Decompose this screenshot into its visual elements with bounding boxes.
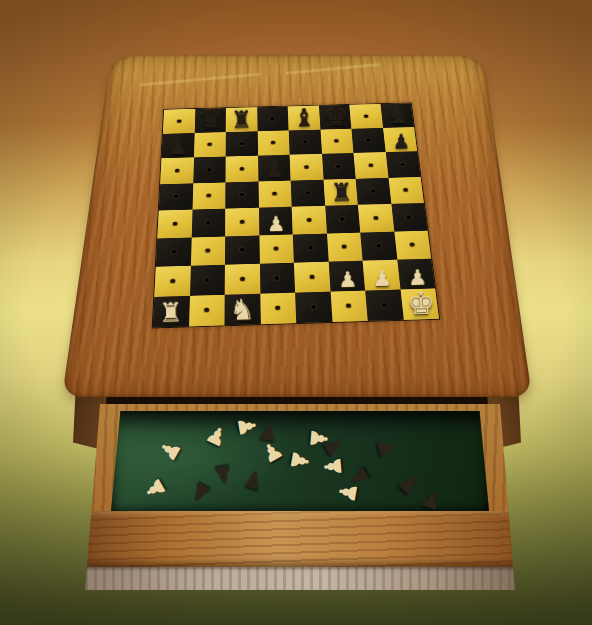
square-h3[interactable] bbox=[394, 230, 431, 259]
chess-board: ♛♜♝♚♞♟♟♟♜♟♟♟♟♜♞♚ bbox=[153, 103, 439, 327]
square-b1[interactable] bbox=[189, 294, 225, 326]
square-g8[interactable] bbox=[349, 104, 382, 129]
square-f7[interactable] bbox=[320, 128, 353, 153]
square-f3[interactable] bbox=[327, 232, 363, 261]
drawer-piece-white-5[interactable]: ♟ bbox=[258, 437, 287, 467]
square-e3[interactable] bbox=[293, 233, 329, 262]
square-c4[interactable] bbox=[225, 208, 259, 236]
square-e8[interactable]: ♝ bbox=[288, 106, 320, 131]
square-a6[interactable] bbox=[160, 157, 193, 184]
square-a4[interactable] bbox=[157, 210, 192, 239]
wooden-box-top: ♛♜♝♚♞♟♟♟♜♟♟♟♟♜♞♚ bbox=[62, 55, 532, 397]
square-g7[interactable] bbox=[351, 128, 385, 153]
square-a3[interactable] bbox=[156, 237, 191, 267]
square-b3[interactable] bbox=[190, 236, 225, 266]
square-e6[interactable] bbox=[290, 154, 324, 180]
square-h4[interactable] bbox=[391, 203, 428, 231]
square-g1[interactable] bbox=[365, 289, 403, 321]
piece-white-knight-c1[interactable]: ♞ bbox=[224, 295, 261, 325]
square-f1[interactable] bbox=[330, 290, 368, 322]
square-e5[interactable] bbox=[291, 179, 325, 206]
square-f2[interactable]: ♟ bbox=[328, 261, 365, 292]
square-c8[interactable]: ♜ bbox=[226, 107, 257, 132]
piece-white-pawn-d4[interactable]: ♟ bbox=[258, 213, 292, 235]
piece-black-pawn-h7[interactable]: ♟ bbox=[385, 132, 417, 152]
square-c6[interactable] bbox=[225, 156, 258, 182]
photo-stage: ♛♜♝♚♞♟♟♟♜♟♟♟♟♜♞♚ ♟♟♟♟♟♟♟♟♟♟♟♟♟♟♟♟♟♟ bbox=[0, 0, 592, 625]
square-g4[interactable] bbox=[358, 204, 394, 232]
piece-black-knight-h8[interactable]: ♞ bbox=[382, 102, 414, 128]
square-c2[interactable] bbox=[225, 264, 260, 295]
square-d8[interactable] bbox=[257, 106, 289, 131]
square-d7[interactable] bbox=[257, 130, 289, 155]
drawer-piece-black-9[interactable]: ♟ bbox=[186, 477, 215, 507]
drawer-piece-black-16[interactable]: ♟ bbox=[393, 469, 424, 500]
square-b2[interactable] bbox=[190, 265, 225, 296]
wood-grain-streak bbox=[139, 73, 260, 86]
square-b7[interactable] bbox=[194, 132, 226, 158]
storage-drawer[interactable]: ♟♟♟♟♟♟♟♟♟♟♟♟♟♟♟♟♟♟ bbox=[85, 404, 515, 590]
square-f8[interactable]: ♚ bbox=[319, 105, 352, 130]
square-d4[interactable]: ♟ bbox=[259, 207, 293, 235]
box-top-scene: ♛♜♝♚♞♟♟♟♜♟♟♟♟♜♞♚ bbox=[62, 0, 532, 397]
square-a5[interactable] bbox=[159, 183, 193, 210]
square-b4[interactable] bbox=[191, 209, 225, 238]
square-e4[interactable] bbox=[292, 206, 327, 234]
piece-black-rook-f5[interactable]: ♜ bbox=[324, 180, 358, 206]
drawer-piece-white-8[interactable]: ♟ bbox=[140, 474, 170, 503]
square-d5[interactable] bbox=[258, 180, 292, 207]
drawer-piece-black-15[interactable]: ♟ bbox=[372, 436, 400, 462]
square-h1[interactable]: ♚ bbox=[400, 288, 439, 320]
square-g6[interactable] bbox=[353, 152, 388, 178]
square-a8[interactable] bbox=[163, 109, 195, 134]
piece-white-king-h1[interactable]: ♚ bbox=[402, 287, 438, 319]
square-h8[interactable]: ♞ bbox=[380, 103, 414, 127]
piece-black-bishop-e8[interactable]: ♝ bbox=[288, 105, 320, 130]
wood-grain-streak bbox=[285, 63, 381, 74]
square-b8[interactable]: ♛ bbox=[194, 108, 226, 133]
square-b6[interactable] bbox=[193, 157, 226, 183]
square-c7[interactable] bbox=[226, 131, 258, 157]
drawer-piece-black-7[interactable]: ♟ bbox=[211, 461, 235, 487]
square-c1[interactable]: ♞ bbox=[225, 293, 261, 325]
drawer-piece-white-1[interactable]: ♟ bbox=[155, 436, 185, 465]
square-h6[interactable] bbox=[385, 151, 420, 177]
piece-black-pawn-a7[interactable]: ♟ bbox=[161, 138, 194, 158]
square-c5[interactable] bbox=[225, 181, 258, 208]
drawer-piece-white-3[interactable]: ♟ bbox=[233, 414, 259, 438]
piece-black-queen-b8[interactable]: ♛ bbox=[194, 106, 226, 133]
square-g2[interactable]: ♟ bbox=[363, 260, 400, 291]
square-d3[interactable] bbox=[259, 234, 294, 264]
drawer-felt-lining: ♟♟♟♟♟♟♟♟♟♟♟♟♟♟♟♟♟♟ bbox=[111, 411, 489, 511]
drawer-piece-white-17[interactable]: ♟ bbox=[335, 480, 361, 504]
piece-white-pawn-g2[interactable]: ♟ bbox=[364, 267, 400, 289]
drawer-piece-black-10[interactable]: ♟ bbox=[241, 467, 267, 495]
square-a2[interactable] bbox=[154, 266, 190, 297]
drawer-bottom-edge bbox=[85, 567, 515, 590]
square-f4[interactable] bbox=[325, 205, 360, 233]
square-h7[interactable]: ♟ bbox=[383, 127, 417, 152]
square-f5[interactable]: ♜ bbox=[323, 178, 358, 205]
drawer-front-panel[interactable] bbox=[85, 511, 515, 567]
piece-black-rook-c8[interactable]: ♜ bbox=[225, 107, 257, 131]
piece-black-king-f8[interactable]: ♚ bbox=[319, 101, 351, 129]
square-d1[interactable] bbox=[260, 292, 296, 324]
piece-black-pawn-d6[interactable]: ♟ bbox=[258, 160, 291, 181]
square-e1[interactable] bbox=[295, 291, 332, 323]
square-g3[interactable] bbox=[360, 231, 397, 260]
square-e2[interactable] bbox=[294, 262, 330, 293]
square-d2[interactable] bbox=[259, 263, 295, 294]
square-a7[interactable]: ♟ bbox=[162, 133, 195, 159]
square-e7[interactable] bbox=[289, 129, 322, 154]
drawer-piece-white-6[interactable]: ♟ bbox=[286, 448, 312, 472]
square-d6[interactable]: ♟ bbox=[258, 155, 291, 181]
piece-white-pawn-f2[interactable]: ♟ bbox=[329, 268, 365, 291]
drawer-piece-white-2[interactable]: ♟ bbox=[202, 422, 230, 452]
square-h5[interactable] bbox=[388, 177, 424, 204]
square-b5[interactable] bbox=[192, 182, 225, 209]
square-c3[interactable] bbox=[225, 235, 259, 265]
square-g5[interactable] bbox=[356, 178, 391, 205]
square-f6[interactable] bbox=[322, 153, 356, 179]
piece-white-rook-a1[interactable]: ♜ bbox=[152, 299, 189, 327]
square-a1[interactable]: ♜ bbox=[153, 296, 190, 328]
